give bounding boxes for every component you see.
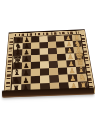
square-e1: ♚ — [74, 53, 84, 60]
board-grid: ♜♟♟♜♞♟♟♞♝♟♟♝♚♟♟♚♛♟♟♛♝♟♟♝♞♟♟♞♜♟♟♜ — [11, 35, 88, 93]
product-photo: ♜♟♟♜♞♟♟♞♝♟♟♝♚♟♟♚♛♟♟♛♝♟♟♝♞♟♟♞♜♟♟♜ — [0, 0, 95, 126]
piece-black-bishop-c8: ♝ — [10, 68, 24, 77]
square-e6 — [31, 55, 40, 62]
square-e5 — [40, 55, 49, 62]
